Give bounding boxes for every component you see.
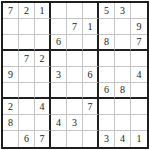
- cell-r9c4[interactable]: [51, 131, 67, 147]
- cell-r6c9[interactable]: [131, 83, 147, 99]
- cell-r4c9[interactable]: [131, 51, 147, 67]
- given-digit: 2: [40, 54, 45, 64]
- cell-r9c7[interactable]: 3: [99, 131, 115, 147]
- cell-r9c2[interactable]: 6: [19, 131, 35, 147]
- cell-r2c3[interactable]: [35, 19, 51, 35]
- cell-r8c4[interactable]: 4: [51, 115, 67, 131]
- cell-r1c4[interactable]: [51, 3, 67, 19]
- cell-r5c3[interactable]: [35, 67, 51, 83]
- cell-r2c8[interactable]: [115, 19, 131, 35]
- given-digit: 7: [137, 37, 142, 47]
- cell-r7c9[interactable]: [131, 99, 147, 115]
- given-digit: 2: [8, 102, 13, 112]
- cell-r5c9[interactable]: 4: [131, 67, 147, 83]
- cell-r3c7[interactable]: 8: [99, 35, 115, 51]
- cell-r3c3[interactable]: [35, 35, 51, 51]
- cell-r6c3[interactable]: [35, 83, 51, 99]
- given-digit: 3: [120, 6, 125, 16]
- cell-r6c6[interactable]: [83, 83, 99, 99]
- cell-r4c5[interactable]: [67, 51, 83, 67]
- given-digit: 1: [137, 134, 142, 144]
- given-digit: 3: [72, 118, 77, 128]
- cell-r8c2[interactable]: [19, 115, 35, 131]
- cell-r1c1[interactable]: 7: [3, 3, 19, 19]
- given-digit: 4: [137, 70, 142, 80]
- cell-r2c9[interactable]: 9: [131, 19, 147, 35]
- cell-r1c2[interactable]: 2: [19, 3, 35, 19]
- cell-r7c4[interactable]: [51, 99, 67, 115]
- cell-r8c6[interactable]: [83, 115, 99, 131]
- given-digit: 1: [40, 6, 45, 16]
- given-digit: 7: [40, 134, 45, 144]
- sudoku-board: 721537196877293646824784367341: [1, 1, 149, 149]
- given-digit: 6: [88, 70, 93, 80]
- cell-r3c4[interactable]: 6: [51, 35, 67, 51]
- cell-r3c8[interactable]: [115, 35, 131, 51]
- given-digit: 6: [24, 134, 29, 144]
- cell-r4c7[interactable]: [99, 51, 115, 67]
- given-digit: 8: [104, 37, 109, 47]
- cell-r7c2[interactable]: [19, 99, 35, 115]
- cell-r8c7[interactable]: [99, 115, 115, 131]
- given-digit: 6: [104, 85, 109, 95]
- cell-r9c3[interactable]: 7: [35, 131, 51, 147]
- given-digit: 1: [88, 22, 93, 32]
- cell-r2c1[interactable]: [3, 19, 19, 35]
- cell-r5c8[interactable]: [115, 67, 131, 83]
- cell-r6c1[interactable]: [3, 83, 19, 99]
- cell-r2c5[interactable]: 7: [67, 19, 83, 35]
- cell-r6c8[interactable]: 8: [115, 83, 131, 99]
- cell-r8c9[interactable]: [131, 115, 147, 131]
- cell-r3c9[interactable]: 7: [131, 35, 147, 51]
- cell-r9c9[interactable]: 1: [131, 131, 147, 147]
- cell-r4c1[interactable]: [3, 51, 19, 67]
- given-digit: 7: [24, 54, 29, 64]
- cell-r9c5[interactable]: [67, 131, 83, 147]
- cell-r5c6[interactable]: 6: [83, 67, 99, 83]
- cell-r5c5[interactable]: [67, 67, 83, 83]
- cell-r2c2[interactable]: [19, 19, 35, 35]
- cell-r7c1[interactable]: 2: [3, 99, 19, 115]
- cell-r1c6[interactable]: [83, 3, 99, 19]
- cell-r8c5[interactable]: 3: [67, 115, 83, 131]
- cell-r6c4[interactable]: [51, 83, 67, 99]
- cell-r1c5[interactable]: [67, 3, 83, 19]
- cell-r6c5[interactable]: [67, 83, 83, 99]
- given-digit: 8: [120, 85, 125, 95]
- cell-r4c4[interactable]: [51, 51, 67, 67]
- cell-r1c7[interactable]: 5: [99, 3, 115, 19]
- cell-r7c6[interactable]: 7: [83, 99, 99, 115]
- cell-r4c6[interactable]: [83, 51, 99, 67]
- cell-r2c4[interactable]: [51, 19, 67, 35]
- cell-r1c3[interactable]: 1: [35, 3, 51, 19]
- given-digit: 3: [104, 134, 109, 144]
- cell-r8c8[interactable]: [115, 115, 131, 131]
- cell-r5c1[interactable]: 9: [3, 67, 19, 83]
- cell-r3c6[interactable]: [83, 35, 99, 51]
- cell-r7c8[interactable]: [115, 99, 131, 115]
- cell-r6c2[interactable]: [19, 83, 35, 99]
- cell-r2c6[interactable]: 1: [83, 19, 99, 35]
- cell-r5c2[interactable]: [19, 67, 35, 83]
- cell-r1c8[interactable]: 3: [115, 3, 131, 19]
- cell-r3c2[interactable]: [19, 35, 35, 51]
- given-digit: 7: [88, 102, 93, 112]
- cell-r8c1[interactable]: 8: [3, 115, 19, 131]
- cell-r3c1[interactable]: [3, 35, 19, 51]
- given-digit: 5: [104, 6, 109, 16]
- cell-r9c8[interactable]: 4: [115, 131, 131, 147]
- given-digit: 4: [120, 134, 125, 144]
- given-digit: 8: [8, 118, 13, 128]
- given-digit: 7: [8, 6, 13, 16]
- cell-r4c8[interactable]: [115, 51, 131, 67]
- cell-r5c4[interactable]: 3: [51, 67, 67, 83]
- cell-r9c1[interactable]: [3, 131, 19, 147]
- cell-r8c3[interactable]: [35, 115, 51, 131]
- cell-r9c6[interactable]: [83, 131, 99, 147]
- given-digit: 7: [72, 22, 77, 32]
- cell-r7c3[interactable]: 4: [35, 99, 51, 115]
- given-digit: 2: [24, 6, 29, 16]
- cell-r4c2[interactable]: 7: [19, 51, 35, 67]
- cell-r1c9[interactable]: [131, 3, 147, 19]
- cell-r7c5[interactable]: [67, 99, 83, 115]
- cell-r2c7[interactable]: [99, 19, 115, 35]
- cell-r7c7[interactable]: [99, 99, 115, 115]
- given-digit: 4: [40, 102, 45, 112]
- given-digit: 9: [8, 70, 13, 80]
- given-digit: 6: [56, 37, 61, 47]
- given-digit: 9: [137, 22, 142, 32]
- cell-r6c7[interactable]: 6: [99, 83, 115, 99]
- given-digit: 3: [56, 70, 61, 80]
- cell-r5c7[interactable]: [99, 67, 115, 83]
- given-digit: 4: [56, 118, 61, 128]
- cell-r4c3[interactable]: 2: [35, 51, 51, 67]
- cell-r3c5[interactable]: [67, 35, 83, 51]
